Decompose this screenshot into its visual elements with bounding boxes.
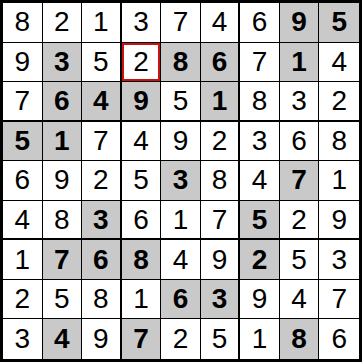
- cell-r6c3[interactable]: 3: [82, 201, 122, 241]
- cell-r9c2[interactable]: 4: [43, 319, 83, 359]
- cell-r6c9[interactable]: 9: [319, 201, 359, 241]
- cell-r1c2[interactable]: 2: [43, 3, 83, 43]
- cell-r7c6[interactable]: 9: [201, 240, 241, 280]
- cell-r9c6[interactable]: 5: [201, 319, 241, 359]
- cell-r1c9[interactable]: 5: [319, 3, 359, 43]
- cell-r7c9[interactable]: 3: [319, 240, 359, 280]
- cell-r9c8[interactable]: 8: [280, 319, 320, 359]
- cell-r4c3[interactable]: 7: [82, 122, 122, 162]
- sudoku-grid: 8213746959352867147649518325174923686925…: [0, 0, 362, 362]
- cell-r5c3[interactable]: 2: [82, 161, 122, 201]
- cell-r6c5[interactable]: 1: [161, 201, 201, 241]
- cell-r8c7[interactable]: 9: [240, 280, 280, 320]
- cell-r3c1[interactable]: 7: [3, 82, 43, 122]
- cell-r5c8[interactable]: 7: [280, 161, 320, 201]
- cell-r8c4[interactable]: 1: [122, 280, 162, 320]
- cell-r6c8[interactable]: 2: [280, 201, 320, 241]
- cell-r8c2[interactable]: 5: [43, 280, 83, 320]
- cell-r8c6[interactable]: 3: [201, 280, 241, 320]
- cell-r7c4[interactable]: 8: [122, 240, 162, 280]
- cell-r8c9[interactable]: 7: [319, 280, 359, 320]
- cell-r4c4[interactable]: 4: [122, 122, 162, 162]
- cell-r2c6[interactable]: 6: [201, 43, 241, 83]
- cell-r7c5[interactable]: 4: [161, 240, 201, 280]
- cell-r3c3[interactable]: 4: [82, 82, 122, 122]
- cell-r1c5[interactable]: 7: [161, 3, 201, 43]
- cell-r4c9[interactable]: 8: [319, 122, 359, 162]
- cell-r6c1[interactable]: 4: [3, 201, 43, 241]
- cell-r5c9[interactable]: 1: [319, 161, 359, 201]
- sudoku-board: 8213746959352867147649518325174923686925…: [0, 0, 362, 362]
- cell-r4c7[interactable]: 3: [240, 122, 280, 162]
- cell-r1c1[interactable]: 8: [3, 3, 43, 43]
- cell-r9c1[interactable]: 3: [3, 319, 43, 359]
- cell-r6c7[interactable]: 5: [240, 201, 280, 241]
- cell-r3c7[interactable]: 8: [240, 82, 280, 122]
- cell-r9c7[interactable]: 1: [240, 319, 280, 359]
- cell-r9c9[interactable]: 6: [319, 319, 359, 359]
- cell-r2c2[interactable]: 3: [43, 43, 83, 83]
- cell-r2c3[interactable]: 5: [82, 43, 122, 83]
- cell-r3c9[interactable]: 2: [319, 82, 359, 122]
- cell-r8c5[interactable]: 6: [161, 280, 201, 320]
- cell-r1c4[interactable]: 3: [122, 3, 162, 43]
- cell-r7c3[interactable]: 6: [82, 240, 122, 280]
- cell-r7c7[interactable]: 2: [240, 240, 280, 280]
- cell-r5c6[interactable]: 8: [201, 161, 241, 201]
- cell-r5c2[interactable]: 9: [43, 161, 83, 201]
- cell-r9c4[interactable]: 7: [122, 319, 162, 359]
- cell-r7c2[interactable]: 7: [43, 240, 83, 280]
- cell-r4c1[interactable]: 5: [3, 122, 43, 162]
- cell-r9c3[interactable]: 9: [82, 319, 122, 359]
- cell-r5c4[interactable]: 5: [122, 161, 162, 201]
- cell-r3c8[interactable]: 3: [280, 82, 320, 122]
- cell-r2c4[interactable]: 2: [122, 43, 162, 83]
- cell-r2c5[interactable]: 8: [161, 43, 201, 83]
- cell-r4c2[interactable]: 1: [43, 122, 83, 162]
- cell-r7c8[interactable]: 5: [280, 240, 320, 280]
- cell-r4c5[interactable]: 9: [161, 122, 201, 162]
- cell-r6c4[interactable]: 6: [122, 201, 162, 241]
- cell-r8c1[interactable]: 2: [3, 280, 43, 320]
- cell-r4c6[interactable]: 2: [201, 122, 241, 162]
- cell-r2c1[interactable]: 9: [3, 43, 43, 83]
- cell-r3c4[interactable]: 9: [122, 82, 162, 122]
- cell-r1c7[interactable]: 6: [240, 3, 280, 43]
- cell-r3c5[interactable]: 5: [161, 82, 201, 122]
- cell-r6c2[interactable]: 8: [43, 201, 83, 241]
- cell-r1c6[interactable]: 4: [201, 3, 241, 43]
- cell-r8c8[interactable]: 4: [280, 280, 320, 320]
- cell-r5c7[interactable]: 4: [240, 161, 280, 201]
- cell-r2c7[interactable]: 7: [240, 43, 280, 83]
- cell-r3c6[interactable]: 1: [201, 82, 241, 122]
- cell-r3c2[interactable]: 6: [43, 82, 83, 122]
- cell-r9c5[interactable]: 2: [161, 319, 201, 359]
- cell-r5c5[interactable]: 3: [161, 161, 201, 201]
- cell-r1c8[interactable]: 9: [280, 3, 320, 43]
- cell-r5c1[interactable]: 6: [3, 161, 43, 201]
- cell-r1c3[interactable]: 1: [82, 3, 122, 43]
- cell-r2c9[interactable]: 4: [319, 43, 359, 83]
- cell-r7c1[interactable]: 1: [3, 240, 43, 280]
- cell-r8c3[interactable]: 8: [82, 280, 122, 320]
- cell-r4c8[interactable]: 6: [280, 122, 320, 162]
- cell-r6c6[interactable]: 7: [201, 201, 241, 241]
- cell-r2c8[interactable]: 1: [280, 43, 320, 83]
